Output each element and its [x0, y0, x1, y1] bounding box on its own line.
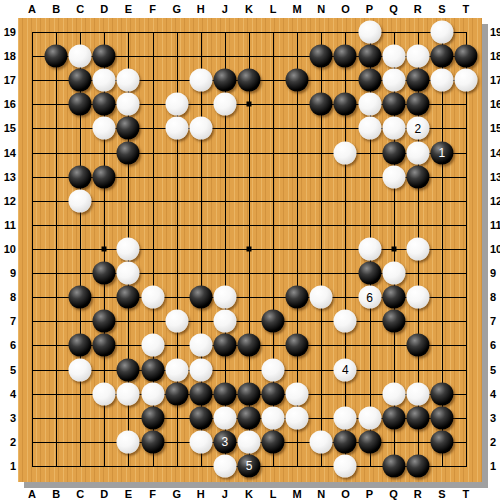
stone-black-B18[interactable] [45, 45, 68, 68]
row-label-right: 17 [490, 74, 500, 86]
stone-white-Q9[interactable] [382, 262, 405, 285]
stone-black-D9[interactable] [93, 262, 116, 285]
stone-white-P8[interactable]: 6 [358, 286, 381, 309]
stone-white-R14[interactable] [406, 141, 429, 164]
stone-white-C12[interactable] [69, 189, 92, 212]
stone-white-O5[interactable]: 4 [334, 358, 357, 381]
stone-white-N8[interactable] [310, 286, 333, 309]
stone-black-C17[interactable] [69, 69, 92, 92]
stone-black-Q16[interactable] [382, 93, 405, 116]
stone-white-G15[interactable] [165, 117, 188, 140]
move-number: 3 [222, 436, 229, 448]
column-label-top: T [463, 3, 470, 15]
stone-white-C5[interactable] [69, 358, 92, 381]
row-label-right: 2 [490, 436, 496, 448]
stone-white-P10[interactable] [358, 237, 381, 260]
row-label-right: 1 [490, 460, 496, 472]
column-label-top: L [270, 3, 277, 15]
stone-black-N16[interactable] [310, 93, 333, 116]
row-label-left: 7 [10, 315, 16, 327]
row-label-left: 12 [4, 195, 16, 207]
stone-white-O14[interactable] [334, 141, 357, 164]
stone-white-H2[interactable] [189, 430, 212, 453]
stone-white-D4[interactable] [93, 382, 116, 405]
stone-black-J17[interactable] [213, 69, 236, 92]
stone-black-C6[interactable] [69, 334, 92, 357]
column-label-top: J [222, 3, 228, 15]
stone-white-P19[interactable] [358, 21, 381, 44]
stone-white-Q13[interactable] [382, 165, 405, 188]
row-label-left: 10 [4, 243, 16, 255]
row-label-left: 8 [10, 291, 16, 303]
stone-white-H5[interactable] [189, 358, 212, 381]
stone-black-M8[interactable] [286, 286, 309, 309]
column-label-bottom: L [270, 488, 277, 500]
stone-white-M4[interactable] [286, 382, 309, 405]
column-label-bottom: O [341, 488, 350, 500]
stone-black-D13[interactable] [93, 165, 116, 188]
row-label-right: 4 [490, 388, 496, 400]
column-label-bottom: E [125, 488, 132, 500]
move-number: 6 [366, 291, 373, 303]
go-diagram: 216435 AABBCCDDEEFFGGHHJJKKLLMMNNOOPPQQR… [0, 0, 500, 500]
row-label-right: 19 [490, 26, 500, 38]
stone-white-Q4[interactable] [382, 382, 405, 405]
stone-white-R8[interactable] [406, 286, 429, 309]
stone-white-E4[interactable] [117, 382, 140, 405]
stone-white-P15[interactable] [358, 117, 381, 140]
stone-white-N2[interactable] [310, 430, 333, 453]
column-label-top: M [293, 3, 302, 15]
stone-black-S18[interactable] [430, 45, 453, 68]
row-label-right: 13 [490, 171, 500, 183]
stone-black-C8[interactable] [69, 286, 92, 309]
stone-black-D18[interactable] [93, 45, 116, 68]
stone-black-M6[interactable] [286, 334, 309, 357]
column-label-bottom: A [28, 488, 36, 500]
stone-black-P17[interactable] [358, 69, 381, 92]
stone-black-R3[interactable] [406, 406, 429, 429]
stone-white-C18[interactable] [69, 45, 92, 68]
stone-black-K17[interactable] [237, 69, 260, 92]
row-label-right: 8 [490, 291, 496, 303]
column-label-bottom: H [197, 488, 205, 500]
stone-white-Q15[interactable] [382, 117, 405, 140]
row-label-left: 18 [4, 50, 16, 62]
stone-black-F3[interactable] [141, 406, 164, 429]
stone-white-R18[interactable] [406, 45, 429, 68]
stone-black-S14[interactable]: 1 [430, 141, 453, 164]
column-label-top: C [76, 3, 84, 15]
move-number: 5 [246, 460, 253, 472]
stone-white-L3[interactable] [262, 406, 285, 429]
stone-black-D7[interactable] [93, 310, 116, 333]
column-label-bottom: C [76, 488, 84, 500]
stone-black-Q14[interactable] [382, 141, 405, 164]
row-label-right: 10 [490, 243, 500, 255]
stone-white-Q17[interactable] [382, 69, 405, 92]
stone-white-P16[interactable] [358, 93, 381, 116]
stone-white-R4[interactable] [406, 382, 429, 405]
stone-black-S3[interactable] [430, 406, 453, 429]
stone-black-F2[interactable] [141, 430, 164, 453]
stone-white-O1[interactable] [334, 454, 357, 477]
row-label-left: 2 [10, 436, 16, 448]
stone-black-Q8[interactable] [382, 286, 405, 309]
column-label-top: P [366, 3, 373, 15]
stone-black-K4[interactable] [237, 382, 260, 405]
stone-black-F5[interactable] [141, 358, 164, 381]
stone-black-J4[interactable] [213, 382, 236, 405]
grid-line-horizontal [32, 370, 467, 371]
stone-white-E2[interactable] [117, 430, 140, 453]
stone-black-P2[interactable] [358, 430, 381, 453]
stone-black-E5[interactable] [117, 358, 140, 381]
row-label-left: 16 [4, 98, 16, 110]
stone-black-H4[interactable] [189, 382, 212, 405]
column-label-top: A [28, 3, 36, 15]
stone-black-E14[interactable] [117, 141, 140, 164]
stone-black-S2[interactable] [430, 430, 453, 453]
column-label-top: H [197, 3, 205, 15]
stone-black-H8[interactable] [189, 286, 212, 309]
stone-black-O16[interactable] [334, 93, 357, 116]
stone-white-O3[interactable] [334, 406, 357, 429]
stone-black-J2[interactable]: 3 [213, 430, 236, 453]
column-label-bottom: N [317, 488, 325, 500]
stone-white-F6[interactable] [141, 334, 164, 357]
row-label-left: 14 [4, 147, 16, 159]
stone-white-Q18[interactable] [382, 45, 405, 68]
row-label-left: 9 [10, 267, 16, 279]
star-point [391, 246, 396, 251]
move-number: 1 [439, 147, 446, 159]
stone-black-L4[interactable] [262, 382, 285, 405]
stone-white-K2[interactable] [237, 430, 260, 453]
stone-black-R17[interactable] [406, 69, 429, 92]
stone-white-F4[interactable] [141, 382, 164, 405]
stone-white-H15[interactable] [189, 117, 212, 140]
stone-black-D6[interactable] [93, 334, 116, 357]
stone-white-G7[interactable] [165, 310, 188, 333]
stone-black-O2[interactable] [334, 430, 357, 453]
stone-black-Q3[interactable] [382, 406, 405, 429]
column-label-top: Q [389, 3, 398, 15]
row-label-left: 1 [10, 460, 16, 472]
move-number: 4 [342, 364, 349, 376]
row-label-left: 15 [4, 122, 16, 134]
column-label-top: B [52, 3, 60, 15]
stone-black-G4[interactable] [165, 382, 188, 405]
stone-black-C13[interactable] [69, 165, 92, 188]
row-label-right: 7 [490, 315, 496, 327]
grid-line-vertical [466, 32, 467, 467]
column-label-bottom: P [366, 488, 373, 500]
stone-black-Q7[interactable] [382, 310, 405, 333]
stone-white-L5[interactable] [262, 358, 285, 381]
stone-white-R15[interactable]: 2 [406, 117, 429, 140]
row-label-right: 3 [490, 412, 496, 424]
row-label-left: 6 [10, 339, 16, 351]
column-label-top: O [341, 3, 350, 15]
stone-black-R13[interactable] [406, 165, 429, 188]
stone-black-L2[interactable] [262, 430, 285, 453]
column-label-bottom: R [414, 488, 422, 500]
stone-white-M3[interactable] [286, 406, 309, 429]
stone-white-G16[interactable] [165, 93, 188, 116]
star-point [246, 102, 251, 107]
row-label-right: 15 [490, 122, 500, 134]
column-label-bottom: J [222, 488, 228, 500]
row-label-right: 5 [490, 364, 496, 376]
stone-black-K6[interactable] [237, 334, 260, 357]
row-label-right: 18 [490, 50, 500, 62]
row-label-left: 11 [4, 219, 16, 231]
stone-white-D15[interactable] [93, 117, 116, 140]
stone-black-P18[interactable] [358, 45, 381, 68]
go-board[interactable]: 216435 [18, 18, 482, 482]
stone-black-H3[interactable] [189, 406, 212, 429]
column-label-bottom: D [100, 488, 108, 500]
stone-white-J3[interactable] [213, 406, 236, 429]
move-number: 2 [414, 122, 421, 134]
row-label-left: 17 [4, 74, 16, 86]
stone-black-O18[interactable] [334, 45, 357, 68]
stone-black-D16[interactable] [93, 93, 116, 116]
row-label-right: 16 [490, 98, 500, 110]
column-label-bottom: F [149, 488, 156, 500]
stone-black-L7[interactable] [262, 310, 285, 333]
stone-white-E9[interactable] [117, 262, 140, 285]
column-label-bottom: Q [389, 488, 398, 500]
stone-white-S19[interactable] [430, 21, 453, 44]
stone-black-E15[interactable] [117, 117, 140, 140]
stone-white-E16[interactable] [117, 93, 140, 116]
stone-white-H17[interactable] [189, 69, 212, 92]
column-label-top: K [245, 3, 253, 15]
stone-black-R16[interactable] [406, 93, 429, 116]
column-label-bottom: B [52, 488, 60, 500]
column-label-bottom: G [172, 488, 181, 500]
row-label-left: 4 [10, 388, 16, 400]
stone-white-F8[interactable] [141, 286, 164, 309]
column-label-top: R [414, 3, 422, 15]
stone-black-N18[interactable] [310, 45, 333, 68]
stone-white-D17[interactable] [93, 69, 116, 92]
column-label-top: S [438, 3, 445, 15]
column-label-top: G [172, 3, 181, 15]
stone-white-S17[interactable] [430, 69, 453, 92]
stone-black-R6[interactable] [406, 334, 429, 357]
stone-black-J6[interactable] [213, 334, 236, 357]
row-label-left: 13 [4, 171, 16, 183]
stone-white-H6[interactable] [189, 334, 212, 357]
stone-black-K1[interactable]: 5 [237, 454, 260, 477]
stone-white-J8[interactable] [213, 286, 236, 309]
stone-black-K3[interactable] [237, 406, 260, 429]
row-label-right: 9 [490, 267, 496, 279]
stone-black-S4[interactable] [430, 382, 453, 405]
stone-white-G5[interactable] [165, 358, 188, 381]
star-point [102, 246, 107, 251]
stone-white-J7[interactable] [213, 310, 236, 333]
stone-white-R10[interactable] [406, 237, 429, 260]
stone-white-P3[interactable] [358, 406, 381, 429]
stone-white-O7[interactable] [334, 310, 357, 333]
stone-white-E17[interactable] [117, 69, 140, 92]
column-label-top: E [125, 3, 132, 15]
column-label-top: D [100, 3, 108, 15]
stone-white-J16[interactable] [213, 93, 236, 116]
stone-black-T18[interactable] [454, 45, 477, 68]
row-label-right: 11 [490, 219, 500, 231]
row-label-left: 3 [10, 412, 16, 424]
row-label-right: 12 [490, 195, 500, 207]
column-label-bottom: T [463, 488, 470, 500]
stone-black-Q1[interactable] [382, 454, 405, 477]
stone-black-C16[interactable] [69, 93, 92, 116]
star-point [246, 246, 251, 251]
stone-white-T17[interactable] [454, 69, 477, 92]
column-label-bottom: K [245, 488, 253, 500]
column-label-top: N [317, 3, 325, 15]
stone-white-E10[interactable] [117, 237, 140, 260]
column-label-bottom: S [438, 488, 445, 500]
stone-white-J1[interactable] [213, 454, 236, 477]
stone-black-R1[interactable] [406, 454, 429, 477]
row-label-left: 5 [10, 364, 16, 376]
stone-black-E8[interactable] [117, 286, 140, 309]
row-label-left: 19 [4, 26, 16, 38]
row-label-right: 14 [490, 147, 500, 159]
stone-black-M17[interactable] [286, 69, 309, 92]
column-label-bottom: M [293, 488, 302, 500]
row-label-right: 6 [490, 339, 496, 351]
column-label-top: F [149, 3, 156, 15]
stone-black-P9[interactable] [358, 262, 381, 285]
